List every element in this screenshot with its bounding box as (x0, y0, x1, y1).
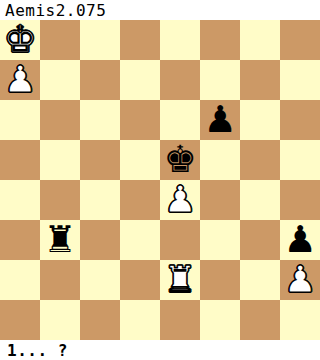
black-rook: ♜ (43, 220, 76, 260)
square-h8[interactable] (280, 20, 320, 60)
square-a7[interactable]: ♟ (0, 60, 40, 100)
footer-bar: 1... ? (0, 340, 320, 360)
square-f3[interactable] (200, 220, 240, 260)
square-d2[interactable] (120, 260, 160, 300)
square-h5[interactable] (280, 140, 320, 180)
square-c5[interactable] (80, 140, 120, 180)
square-c6[interactable] (80, 100, 120, 140)
square-c8[interactable] (80, 20, 120, 60)
square-b2[interactable] (40, 260, 80, 300)
square-g8[interactable] (240, 20, 280, 60)
square-a1[interactable] (0, 300, 40, 340)
square-b4[interactable] (40, 180, 80, 220)
square-f8[interactable] (200, 20, 240, 60)
square-a8[interactable]: ♚ (0, 20, 40, 60)
square-c1[interactable] (80, 300, 120, 340)
square-d6[interactable] (120, 100, 160, 140)
square-c3[interactable] (80, 220, 120, 260)
square-g7[interactable] (240, 60, 280, 100)
title-bar: Aemis2.075 (0, 0, 320, 20)
chess-app-window: Aemis2.075 ♚♟♟♚♟♜♟♜♟ 1... ? (0, 0, 320, 360)
square-e2[interactable]: ♜ (160, 260, 200, 300)
square-f7[interactable] (200, 60, 240, 100)
square-h3[interactable]: ♟ (280, 220, 320, 260)
white-pawn: ♟ (283, 260, 316, 300)
square-f6[interactable]: ♟ (200, 100, 240, 140)
square-a5[interactable] (0, 140, 40, 180)
square-h4[interactable] (280, 180, 320, 220)
square-a6[interactable] (0, 100, 40, 140)
square-f4[interactable] (200, 180, 240, 220)
black-pawn: ♟ (283, 220, 316, 260)
square-g1[interactable] (240, 300, 280, 340)
square-e7[interactable] (160, 60, 200, 100)
square-d8[interactable] (120, 20, 160, 60)
square-g6[interactable] (240, 100, 280, 140)
square-b6[interactable] (40, 100, 80, 140)
white-pawn: ♟ (3, 60, 36, 100)
square-b7[interactable] (40, 60, 80, 100)
square-g2[interactable] (240, 260, 280, 300)
square-g3[interactable] (240, 220, 280, 260)
puzzle-title: Aemis2.075 (0, 1, 106, 20)
square-f2[interactable] (200, 260, 240, 300)
square-g4[interactable] (240, 180, 280, 220)
square-h6[interactable] (280, 100, 320, 140)
square-c7[interactable] (80, 60, 120, 100)
square-f1[interactable] (200, 300, 240, 340)
square-g5[interactable] (240, 140, 280, 180)
square-d5[interactable] (120, 140, 160, 180)
white-rook: ♜ (163, 260, 196, 300)
black-king: ♚ (163, 140, 196, 180)
white-king: ♚ (3, 20, 36, 60)
square-c2[interactable] (80, 260, 120, 300)
chess-board: ♚♟♟♚♟♜♟♜♟ (0, 20, 320, 340)
square-d7[interactable] (120, 60, 160, 100)
square-b8[interactable] (40, 20, 80, 60)
square-e6[interactable] (160, 100, 200, 140)
square-e3[interactable] (160, 220, 200, 260)
square-h1[interactable] (280, 300, 320, 340)
black-pawn: ♟ (203, 100, 236, 140)
square-b1[interactable] (40, 300, 80, 340)
square-a2[interactable] (0, 260, 40, 300)
square-h2[interactable]: ♟ (280, 260, 320, 300)
square-d3[interactable] (120, 220, 160, 260)
square-d4[interactable] (120, 180, 160, 220)
square-b5[interactable] (40, 140, 80, 180)
square-a3[interactable] (0, 220, 40, 260)
square-e5[interactable]: ♚ (160, 140, 200, 180)
square-e4[interactable]: ♟ (160, 180, 200, 220)
square-c4[interactable] (80, 180, 120, 220)
square-d1[interactable] (120, 300, 160, 340)
white-pawn: ♟ (163, 180, 196, 220)
square-e8[interactable] (160, 20, 200, 60)
square-e1[interactable] (160, 300, 200, 340)
square-b3[interactable]: ♜ (40, 220, 80, 260)
move-prompt: 1... ? (0, 341, 68, 360)
square-a4[interactable] (0, 180, 40, 220)
square-f5[interactable] (200, 140, 240, 180)
square-h7[interactable] (280, 60, 320, 100)
